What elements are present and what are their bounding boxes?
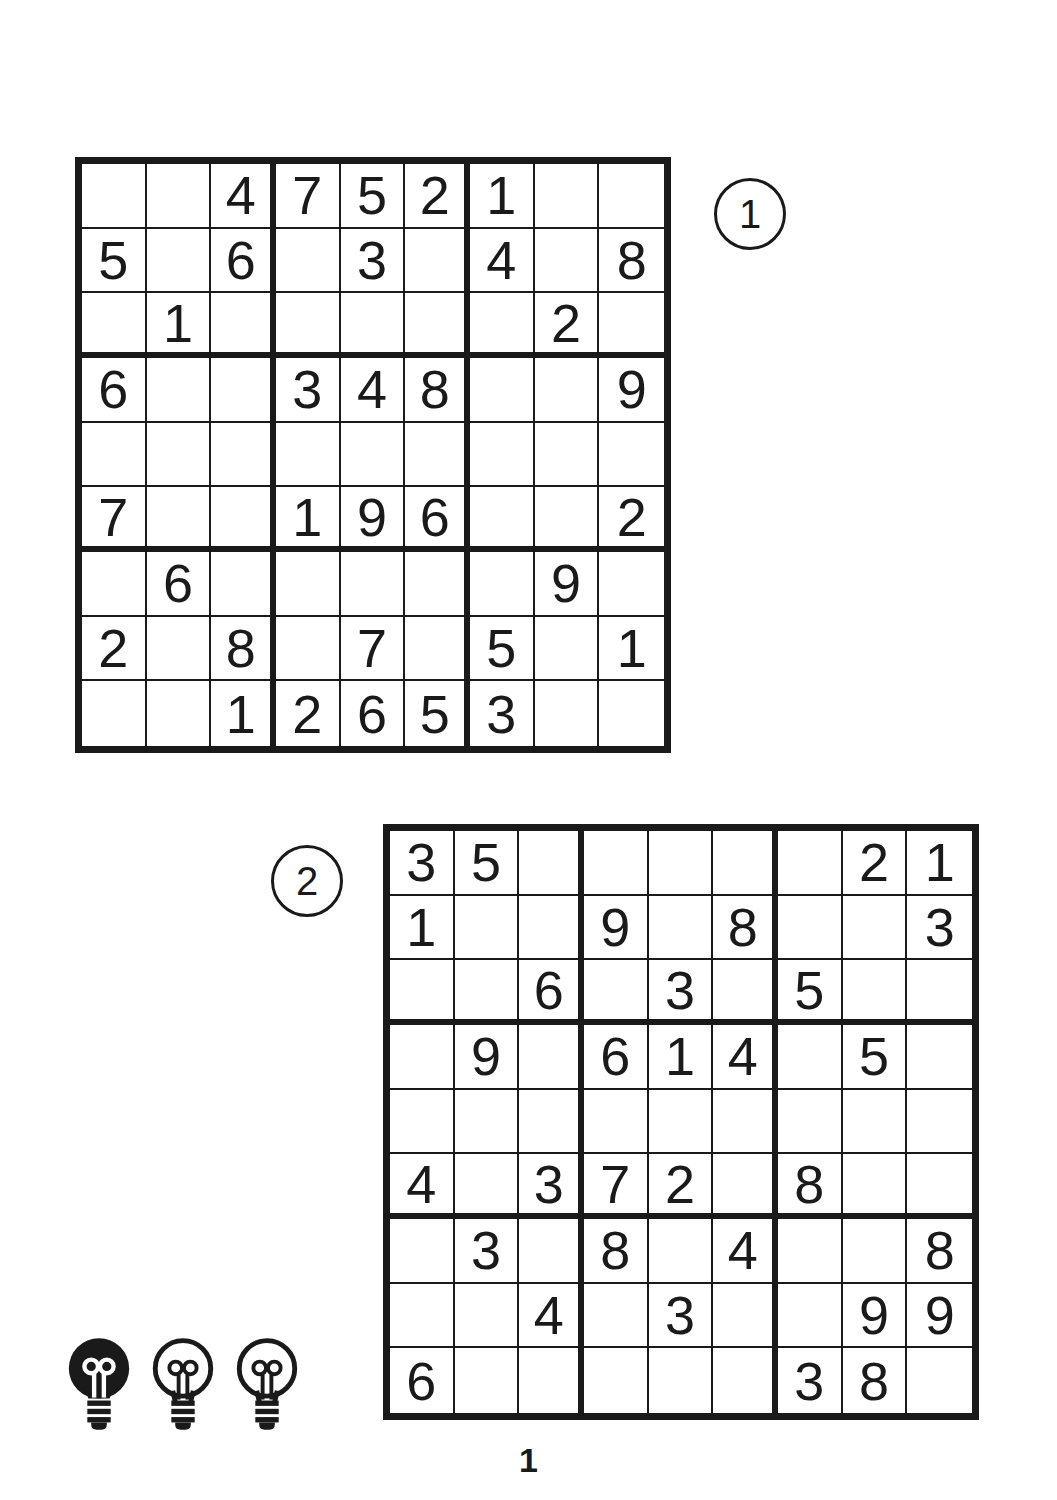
puzzle-1-cell-r2c7: 4 <box>470 229 535 294</box>
puzzle-1-cell-r1c1[interactable] <box>82 164 147 229</box>
puzzle-2-cell-r8c1[interactable] <box>390 1284 455 1349</box>
puzzle-1-cell-r9c5: 6 <box>341 681 406 746</box>
puzzle-1-cell-r3c2: 1 <box>147 293 212 358</box>
puzzle-1-cell-r3c7[interactable] <box>470 293 535 358</box>
puzzle-1-cell-r4c8[interactable] <box>535 358 600 423</box>
puzzle-2-cell-r5c4[interactable] <box>584 1090 649 1155</box>
puzzle-1-cell-r7c9[interactable] <box>599 552 664 617</box>
puzzle-1-cell-r6c2[interactable] <box>147 487 212 552</box>
puzzle-1-cell-r8c6[interactable] <box>405 617 470 682</box>
puzzle-2-cell-r9c8: 8 <box>843 1348 908 1413</box>
puzzle-2-cell-r1c8: 2 <box>843 831 908 896</box>
puzzle-1-cell-r7c8: 9 <box>535 552 600 617</box>
puzzle-1-cell-r1c9[interactable] <box>599 164 664 229</box>
puzzle-1-cell-r7c3[interactable] <box>211 552 276 617</box>
puzzle-2-cell-r9c2[interactable] <box>455 1348 520 1413</box>
puzzle-2-cell-r7c8[interactable] <box>843 1219 908 1284</box>
puzzle-2-number: 2 <box>296 859 318 904</box>
difficulty-bulb-filled-icon <box>62 1336 136 1430</box>
puzzle-1-cell-r6c5: 9 <box>341 487 406 552</box>
puzzle-1-cell-r9c8[interactable] <box>535 681 600 746</box>
puzzle-1-cell-r6c8[interactable] <box>535 487 600 552</box>
puzzle-1-cell-r2c3: 6 <box>211 229 276 294</box>
puzzle-2-cell-r2c6: 8 <box>713 896 778 961</box>
puzzle-1-cell-r5c2[interactable] <box>147 423 212 488</box>
page-number: 1 <box>0 1441 1057 1480</box>
puzzle-2-cell-r5c3[interactable] <box>519 1090 584 1155</box>
puzzle-1-cell-r6c7[interactable] <box>470 487 535 552</box>
puzzle-2-cell-r2c4: 9 <box>584 896 649 961</box>
puzzle-2-cell-r4c6: 4 <box>713 1025 778 1090</box>
puzzle-1-cell-r9c9[interactable] <box>599 681 664 746</box>
puzzle-2-cell-r5c1[interactable] <box>390 1090 455 1155</box>
puzzle-1-cell-r2c1: 5 <box>82 229 147 294</box>
difficulty-indicator <box>62 1336 304 1430</box>
puzzle-1-cell-r2c4[interactable] <box>276 229 341 294</box>
puzzle-2-cell-r5c5[interactable] <box>649 1090 714 1155</box>
puzzle-1-cell-r6c9: 2 <box>599 487 664 552</box>
puzzle-2-cell-r1c1: 3 <box>390 831 455 896</box>
puzzle-2-cell-r5c9[interactable] <box>907 1090 972 1155</box>
puzzle-1-cell-r5c4[interactable] <box>276 423 341 488</box>
puzzle-2-cell-r4c7[interactable] <box>778 1025 843 1090</box>
puzzle-1-cell-r3c6[interactable] <box>405 293 470 358</box>
puzzle-1-cell-r8c7: 5 <box>470 617 535 682</box>
puzzle-2-cell-r6c4: 7 <box>584 1154 649 1219</box>
puzzle-2-cell-r3c8[interactable] <box>843 960 908 1025</box>
puzzle-1-number: 1 <box>739 192 761 237</box>
puzzle-2-cell-r9c7: 3 <box>778 1348 843 1413</box>
puzzle-1-cell-r7c4[interactable] <box>276 552 341 617</box>
puzzle-1-cell-r9c1[interactable] <box>82 681 147 746</box>
puzzle-2-cell-r3c7: 5 <box>778 960 843 1025</box>
puzzle-2-cell-r8c9: 9 <box>907 1284 972 1349</box>
puzzle-2-cell-r7c1[interactable] <box>390 1219 455 1284</box>
puzzle-1-cell-r7c1[interactable] <box>82 552 147 617</box>
puzzle-2-cell-r8c6[interactable] <box>713 1284 778 1349</box>
puzzle-2-cell-r5c7[interactable] <box>778 1090 843 1155</box>
puzzle-1-number-badge: 1 <box>714 178 786 250</box>
puzzle-2-cell-r4c1[interactable] <box>390 1025 455 1090</box>
puzzle-2-cell-r8c4[interactable] <box>584 1284 649 1349</box>
puzzle-2-cell-r8c8: 9 <box>843 1284 908 1349</box>
puzzle-1-cell-r5c3[interactable] <box>211 423 276 488</box>
puzzle-1-cell-r2c9: 8 <box>599 229 664 294</box>
puzzle-1-cell-r2c5: 3 <box>341 229 406 294</box>
puzzle-1-cell-r4c7[interactable] <box>470 358 535 423</box>
puzzle-2-cell-r3c1[interactable] <box>390 960 455 1025</box>
puzzle-1-cell-r8c4[interactable] <box>276 617 341 682</box>
puzzle-2-cell-r4c2: 9 <box>455 1025 520 1090</box>
puzzle-1-cell-r6c3[interactable] <box>211 487 276 552</box>
puzzle-2-cell-r7c2: 3 <box>455 1219 520 1284</box>
puzzle-2-cell-r6c7: 8 <box>778 1154 843 1219</box>
puzzle-1-cell-r5c7[interactable] <box>470 423 535 488</box>
puzzle-1-cell-r4c6: 8 <box>405 358 470 423</box>
puzzle-2-cell-r7c9: 8 <box>907 1219 972 1284</box>
puzzle-2-cell-r1c7[interactable] <box>778 831 843 896</box>
puzzle-1-cell-r9c3: 1 <box>211 681 276 746</box>
puzzle-1-cell-r4c2[interactable] <box>147 358 212 423</box>
puzzle-1-cell-r6c1: 7 <box>82 487 147 552</box>
puzzle-1-cell-r6c4: 1 <box>276 487 341 552</box>
puzzle-2-cell-r5c6[interactable] <box>713 1090 778 1155</box>
puzzle-1-cell-r9c6: 5 <box>405 681 470 746</box>
puzzle-2-cell-r9c4[interactable] <box>584 1348 649 1413</box>
puzzle-2-cell-r9c3[interactable] <box>519 1348 584 1413</box>
puzzle-2-cell-r1c5[interactable] <box>649 831 714 896</box>
difficulty-bulb-outline-icon <box>230 1336 304 1430</box>
puzzle-2-cell-r4c4: 6 <box>584 1025 649 1090</box>
puzzle-2-cell-r3c4[interactable] <box>584 960 649 1025</box>
puzzle-2-cell-r2c2[interactable] <box>455 896 520 961</box>
puzzle-2-cell-r7c4: 8 <box>584 1219 649 1284</box>
puzzle-2-cell-r3c6[interactable] <box>713 960 778 1025</box>
puzzle-1-cell-r4c5: 4 <box>341 358 406 423</box>
puzzle-1-cell-r7c2: 6 <box>147 552 212 617</box>
puzzle-1-cell-r2c6[interactable] <box>405 229 470 294</box>
puzzle-1-cell-r8c1: 2 <box>82 617 147 682</box>
puzzle-1-cell-r7c5[interactable] <box>341 552 406 617</box>
puzzle-1-cell-r1c2[interactable] <box>147 164 212 229</box>
puzzle-1-cell-r4c1: 6 <box>82 358 147 423</box>
puzzle-1-cell-r1c8[interactable] <box>535 164 600 229</box>
puzzle-1-cell-r8c3: 8 <box>211 617 276 682</box>
puzzle-2-cell-r9c1: 6 <box>390 1348 455 1413</box>
puzzle-2-cell-r1c6[interactable] <box>713 831 778 896</box>
difficulty-bulb-outline-icon <box>146 1336 220 1430</box>
puzzle-2-cell-r2c3[interactable] <box>519 896 584 961</box>
sudoku-board-2: 35211983635961454372838484399638 <box>383 824 979 1420</box>
puzzle-1-cell-r5c9[interactable] <box>599 423 664 488</box>
puzzle-1-cell-r2c2[interactable] <box>147 229 212 294</box>
puzzle-1-cell-r3c5[interactable] <box>341 293 406 358</box>
puzzle-2-cell-r3c3: 6 <box>519 960 584 1025</box>
puzzle-1-cell-r5c6[interactable] <box>405 423 470 488</box>
puzzle-2-cell-r7c6: 4 <box>713 1219 778 1284</box>
puzzle-2-cell-r2c9: 3 <box>907 896 972 961</box>
puzzle-2-cell-r6c3: 3 <box>519 1154 584 1219</box>
puzzle-2-cell-r1c3[interactable] <box>519 831 584 896</box>
puzzle-2-cell-r7c7[interactable] <box>778 1219 843 1284</box>
puzzle-1-cell-r3c3[interactable] <box>211 293 276 358</box>
puzzle-1-cell-r5c8[interactable] <box>535 423 600 488</box>
puzzle-1-cell-r9c2[interactable] <box>147 681 212 746</box>
puzzle-1-cell-r5c5[interactable] <box>341 423 406 488</box>
puzzle-2-cell-r3c9[interactable] <box>907 960 972 1025</box>
puzzle-2-cell-r2c1: 1 <box>390 896 455 961</box>
puzzle-2-cell-r9c9 <box>907 1348 972 1413</box>
puzzle-2-cell-r6c6[interactable] <box>713 1154 778 1219</box>
puzzle-1-cell-r3c9[interactable] <box>599 293 664 358</box>
puzzle-1-cell-r5c1[interactable] <box>82 423 147 488</box>
puzzle-2-cell-r4c9[interactable] <box>907 1025 972 1090</box>
puzzle-2-cell-r4c5: 1 <box>649 1025 714 1090</box>
puzzle-2-cell-r1c9: 1 <box>907 831 972 896</box>
puzzle-2-cell-r8c5: 3 <box>649 1284 714 1349</box>
puzzle-2-cell-r8c3: 4 <box>519 1284 584 1349</box>
puzzle-2-cell-r6c8[interactable] <box>843 1154 908 1219</box>
puzzle-1-cell-r6c6: 6 <box>405 487 470 552</box>
puzzle-1-cell-r1c5: 5 <box>341 164 406 229</box>
puzzle-1-cell-r4c9: 9 <box>599 358 664 423</box>
puzzle-2-cell-r7c5[interactable] <box>649 1219 714 1284</box>
puzzle-1-cell-r4c3[interactable] <box>211 358 276 423</box>
puzzle-1-cell-r1c4: 7 <box>276 164 341 229</box>
puzzle-1-cell-r7c7[interactable] <box>470 552 535 617</box>
puzzle-1-cell-r8c8[interactable] <box>535 617 600 682</box>
puzzle-1-cell-r7c6[interactable] <box>405 552 470 617</box>
puzzle-2-cell-r5c8[interactable] <box>843 1090 908 1155</box>
puzzle-2-cell-r2c5[interactable] <box>649 896 714 961</box>
puzzle-1-cell-r4c4: 3 <box>276 358 341 423</box>
puzzle-1-cell-r1c3: 4 <box>211 164 276 229</box>
puzzle-1-cell-r1c7: 1 <box>470 164 535 229</box>
puzzle-2-cell-r1c2: 5 <box>455 831 520 896</box>
puzzle-2-cell-r2c7[interactable] <box>778 896 843 961</box>
puzzle-2-cell-r6c1: 4 <box>390 1154 455 1219</box>
puzzle-2-cell-r6c9[interactable] <box>907 1154 972 1219</box>
puzzle-1-cell-r1c6: 2 <box>405 164 470 229</box>
puzzle-2-cell-r4c3[interactable] <box>519 1025 584 1090</box>
puzzle-2-cell-r6c2[interactable] <box>455 1154 520 1219</box>
puzzle-1-cell-r3c1[interactable] <box>82 293 147 358</box>
puzzle-2-cell-r8c7[interactable] <box>778 1284 843 1349</box>
puzzle-2-cell-r7c3[interactable] <box>519 1219 584 1284</box>
puzzle-1-cell-r3c8: 2 <box>535 293 600 358</box>
sudoku-board-1: 4752156348126348971962692875112653 <box>75 157 671 753</box>
puzzle-1-cell-r8c2[interactable] <box>147 617 212 682</box>
puzzle-1-cell-r8c9: 1 <box>599 617 664 682</box>
puzzle-1-cell-r9c7: 3 <box>470 681 535 746</box>
puzzle-2-number-badge: 2 <box>271 845 343 917</box>
puzzle-2-cell-r1c4[interactable] <box>584 831 649 896</box>
puzzle-1-cell-r8c5: 7 <box>341 617 406 682</box>
puzzle-1-cell-r2c8[interactable] <box>535 229 600 294</box>
puzzle-2-cell-r5c2[interactable] <box>455 1090 520 1155</box>
puzzle-2-cell-r3c2[interactable] <box>455 960 520 1025</box>
puzzle-2-cell-r9c6[interactable] <box>713 1348 778 1413</box>
puzzle-1-cell-r3c4[interactable] <box>276 293 341 358</box>
puzzle-2-cell-r6c5: 2 <box>649 1154 714 1219</box>
puzzle-2-cell-r9c5[interactable] <box>649 1348 714 1413</box>
puzzle-2-cell-r3c5: 3 <box>649 960 714 1025</box>
puzzle-1-cell-r9c4: 2 <box>276 681 341 746</box>
puzzle-2-cell-r8c2[interactable] <box>455 1284 520 1349</box>
puzzle-2-cell-r4c8: 5 <box>843 1025 908 1090</box>
puzzle-2-cell-r2c8[interactable] <box>843 896 908 961</box>
